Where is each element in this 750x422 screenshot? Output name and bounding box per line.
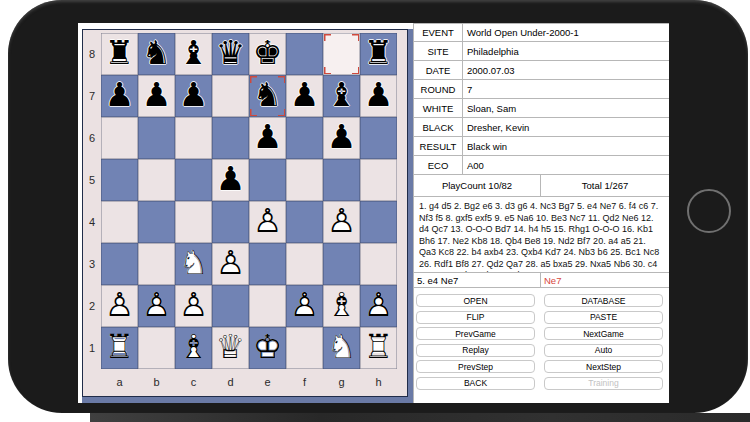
square-e5[interactable]	[249, 159, 286, 201]
square-h8[interactable]: ♜	[360, 33, 397, 75]
square-a7[interactable]: ♟	[101, 75, 138, 117]
piece-outline: ♗	[179, 330, 209, 363]
app-screen: 87654321 ♜♞♝♛♚♜♟♟♟♞♟♝♟♟♟♟♟♙♟♙♞♘♟♙♟♙♟♙♟♙♟…	[78, 23, 669, 403]
info-label: BLACK	[414, 118, 463, 136]
piece-outline: ♙	[290, 288, 320, 321]
white-queen-d1: ♛♕	[216, 330, 246, 366]
square-b8[interactable]: ♞	[138, 33, 175, 75]
square-e3[interactable]	[249, 243, 286, 285]
black-rook-h8: ♜	[364, 36, 394, 72]
info-label: ECO	[414, 156, 463, 174]
button-row: OPENDATABASE	[416, 294, 663, 307]
square-g7[interactable]: ♝	[323, 75, 360, 117]
rank-labels: 87654321	[83, 33, 101, 369]
square-e1[interactable]: ♚♔	[249, 327, 286, 369]
info-label: EVENT	[414, 24, 463, 41]
button-row: PrevStepNextStep	[416, 360, 663, 373]
file-label-a: a	[101, 370, 138, 394]
square-h3[interactable]	[360, 243, 397, 285]
square-f5[interactable]	[286, 159, 323, 201]
piece-outline: ♙	[327, 204, 357, 237]
current-move-row: 5. e4 Ne7 Ne7	[414, 273, 669, 288]
black-bishop-c8: ♝	[179, 36, 209, 72]
white-pawn-h2: ♟♙	[364, 288, 394, 324]
rank-label-3: 3	[83, 243, 101, 285]
board-grid[interactable]: ♜♞♝♛♚♜♟♟♟♞♟♝♟♟♟♟♟♙♟♙♞♘♟♙♟♙♟♙♟♙♟♙♝♗♟♙♜♖♝♗…	[101, 33, 397, 369]
info-row-site: SITEPhiladelphia	[414, 42, 669, 61]
black-pawn-e6: ♟	[253, 120, 283, 156]
square-d8[interactable]: ♛	[212, 33, 249, 75]
white-pawn-d3: ♟♙	[216, 246, 246, 282]
square-a6[interactable]	[101, 117, 138, 159]
replay-button[interactable]: Replay	[416, 344, 535, 357]
white-knight-c3: ♞♘	[179, 246, 209, 282]
info-row-white: WHITESloan, Sam	[414, 99, 669, 118]
black-king-e8: ♚	[253, 36, 283, 72]
square-b3[interactable]	[138, 243, 175, 285]
button-row: PrevGameNextGame	[416, 327, 663, 340]
square-f4[interactable]	[286, 201, 323, 243]
square-f1[interactable]	[286, 327, 323, 369]
square-b4[interactable]	[138, 201, 175, 243]
flip-button[interactable]: FLIP	[416, 311, 535, 324]
square-a2[interactable]: ♟♙	[101, 285, 138, 327]
rank-label-6: 6	[83, 117, 101, 159]
square-e2[interactable]	[249, 285, 286, 327]
piece-outline: ♘	[327, 330, 357, 363]
square-h6[interactable]	[360, 117, 397, 159]
pgn-header-table: EVENTWorld Open Under-2000-1SITEPhiladel…	[414, 23, 669, 175]
rank-label-1: 1	[83, 327, 101, 369]
square-g5[interactable]	[323, 159, 360, 201]
white-pawn-b2: ♟♙	[142, 288, 172, 324]
surface-reflection	[90, 413, 750, 422]
piece-outline: ♙	[216, 246, 246, 279]
square-d3[interactable]: ♟♙	[212, 243, 249, 285]
button-row: BACKTraining	[416, 377, 663, 390]
piece-outline: ♖	[364, 330, 394, 363]
info-value: 2000.07.03	[463, 61, 669, 79]
rank-label-7: 7	[83, 75, 101, 117]
square-c2[interactable]: ♟♙	[175, 285, 212, 327]
board-frame: 87654321 ♜♞♝♛♚♜♟♟♟♞♟♝♟♟♟♟♟♙♟♙♞♘♟♙♟♙♟♙♟♙♟…	[82, 29, 408, 397]
white-knight-g1: ♞♘	[327, 330, 357, 366]
info-value: World Open Under-2000-1	[463, 24, 669, 41]
square-h2[interactable]: ♟♙	[360, 285, 397, 327]
rank-label-4: 4	[83, 201, 101, 243]
info-row-black: BLACKDresher, Kevin	[414, 118, 669, 137]
info-value: Sloan, Sam	[463, 99, 669, 117]
rank-label-8: 8	[83, 33, 101, 75]
black-pawn-c7: ♟	[179, 78, 209, 114]
black-pawn-h7: ♟	[364, 78, 394, 114]
black-pawn-b7: ♟	[142, 78, 172, 114]
square-e8[interactable]: ♚	[249, 33, 286, 75]
square-d7[interactable]	[212, 75, 249, 117]
square-g3[interactable]	[323, 243, 360, 285]
file-label-e: e	[249, 370, 286, 394]
square-c6[interactable]	[175, 117, 212, 159]
square-c5[interactable]	[175, 159, 212, 201]
square-f2[interactable]: ♟♙	[286, 285, 323, 327]
white-pawn-e4: ♟♙	[253, 204, 283, 240]
black-rook-a8: ♜	[105, 36, 135, 72]
square-f7[interactable]: ♟	[286, 75, 323, 117]
info-label: DATE	[414, 61, 463, 79]
square-c1[interactable]: ♝♗	[175, 327, 212, 369]
file-labels: abcdefgh	[101, 370, 397, 394]
square-h7[interactable]: ♟	[360, 75, 397, 117]
nextgame-button[interactable]: NextGame	[544, 327, 663, 340]
info-row-event: EVENTWorld Open Under-2000-1	[414, 23, 669, 42]
screenshot-root: 87654321 ♜♞♝♛♚♜♟♟♟♞♟♝♟♟♟♟♟♙♟♙♞♘♟♙♟♙♟♙♟♙♟…	[0, 0, 750, 422]
game-info-panel: EVENTWorld Open Under-2000-1SITEPhiladel…	[413, 23, 669, 403]
square-f6[interactable]	[286, 117, 323, 159]
black-pawn-g6: ♟	[327, 120, 357, 156]
info-value: Dresher, Kevin	[463, 118, 669, 136]
square-g6[interactable]: ♟	[323, 117, 360, 159]
info-value: Black win	[463, 137, 669, 155]
black-pawn-d5: ♟	[216, 162, 246, 198]
piece-outline: ♙	[253, 204, 283, 237]
info-label: ROUND	[414, 80, 463, 98]
paste-button[interactable]: PASTE	[544, 311, 663, 324]
square-e6[interactable]: ♟	[249, 117, 286, 159]
square-d6[interactable]	[212, 117, 249, 159]
white-king-e1: ♚♔	[253, 330, 283, 366]
button-grid: OPENDATABASEFLIPPASTEPrevGameNextGameRep…	[414, 288, 669, 390]
prevstep-button[interactable]: PrevStep	[416, 360, 535, 373]
file-label-f: f	[286, 370, 323, 394]
black-pawn-f7: ♟	[290, 78, 320, 114]
auto-button[interactable]: Auto	[544, 344, 663, 357]
white-pawn-a2: ♟♙	[105, 288, 135, 324]
info-label: RESULT	[414, 137, 463, 155]
square-g1[interactable]: ♞♘	[323, 327, 360, 369]
home-button[interactable]	[687, 189, 731, 233]
prevgame-button[interactable]: PrevGame	[416, 327, 535, 340]
white-pawn-f2: ♟♙	[290, 288, 320, 324]
square-a8[interactable]: ♜	[101, 33, 138, 75]
training-button[interactable]: Training	[544, 377, 663, 390]
info-value: 7	[463, 80, 669, 98]
square-b5[interactable]	[138, 159, 175, 201]
database-button[interactable]: DATABASE	[544, 294, 663, 307]
black-pawn-a7: ♟	[105, 78, 135, 114]
square-c4[interactable]	[175, 201, 212, 243]
white-bishop-c1: ♝♗	[179, 330, 209, 366]
square-f8[interactable]	[286, 33, 323, 75]
file-label-g: g	[323, 370, 360, 394]
last-move-marker-g8	[324, 34, 359, 74]
square-c3[interactable]: ♞♘	[175, 243, 212, 285]
playcount-cell[interactable]: PlayCount 10/82	[414, 175, 541, 196]
total-cell[interactable]: Total 1/267	[541, 175, 669, 196]
black-knight-e7: ♞	[253, 78, 283, 114]
square-d5[interactable]: ♟	[212, 159, 249, 201]
square-c8[interactable]: ♝	[175, 33, 212, 75]
square-g8[interactable]	[323, 33, 360, 75]
white-pawn-c2: ♟♙	[179, 288, 209, 324]
square-d4[interactable]	[212, 201, 249, 243]
square-h5[interactable]	[360, 159, 397, 201]
moves-text: 1. g4 d5 2. Bg2 e6 3. d3 g6 4. Nc3 Bg7 5…	[414, 197, 669, 273]
square-h1[interactable]: ♜♖	[360, 327, 397, 369]
square-c7[interactable]: ♟	[175, 75, 212, 117]
back-button[interactable]: BACK	[416, 377, 535, 390]
square-b6[interactable]	[138, 117, 175, 159]
file-label-c: c	[175, 370, 212, 394]
info-label: WHITE	[414, 99, 463, 117]
info-value: Philadelphia	[463, 42, 669, 60]
white-bishop-g2: ♝♗	[327, 288, 357, 324]
square-g4[interactable]: ♟♙	[323, 201, 360, 243]
counter-row: PlayCount 10/82 Total 1/267	[414, 175, 669, 197]
piece-outline: ♙	[364, 288, 394, 321]
info-row-date: DATE2000.07.03	[414, 61, 669, 80]
current-move-line: 5. e4 Ne7	[414, 273, 541, 287]
piece-outline: ♙	[179, 288, 209, 321]
white-pawn-g4: ♟♙	[327, 204, 357, 240]
piece-outline: ♖	[105, 330, 135, 363]
chess-board: 87654321 ♜♞♝♛♚♜♟♟♟♞♟♝♟♟♟♟♟♙♟♙♞♘♟♙♟♙♟♙♟♙♟…	[82, 29, 413, 403]
piece-outline: ♔	[253, 330, 283, 363]
square-b7[interactable]: ♟	[138, 75, 175, 117]
square-f3[interactable]	[286, 243, 323, 285]
square-a5[interactable]	[101, 159, 138, 201]
info-label: SITE	[414, 42, 463, 60]
square-e7[interactable]: ♞	[249, 75, 286, 117]
square-g2[interactable]: ♝♗	[323, 285, 360, 327]
black-queen-d8: ♛	[216, 36, 246, 72]
piece-outline: ♙	[142, 288, 172, 321]
open-button[interactable]: OPEN	[416, 294, 535, 307]
white-rook-h1: ♜♖	[364, 330, 394, 366]
square-b1[interactable]	[138, 327, 175, 369]
rank-label-5: 5	[83, 159, 101, 201]
piece-outline: ♗	[327, 288, 357, 321]
piece-outline: ♘	[179, 246, 209, 279]
info-row-round: ROUND7	[414, 80, 669, 99]
square-a1[interactable]: ♜♖	[101, 327, 138, 369]
square-a3[interactable]	[101, 243, 138, 285]
button-row: FLIPPASTE	[416, 311, 663, 324]
square-b2[interactable]: ♟♙	[138, 285, 175, 327]
button-row: ReplayAuto	[416, 344, 663, 357]
square-d1[interactable]: ♛♕	[212, 327, 249, 369]
file-label-b: b	[138, 370, 175, 394]
rank-label-2: 2	[83, 285, 101, 327]
current-move-highlight: Ne7	[541, 273, 669, 287]
info-row-eco: ECOA00	[414, 156, 669, 175]
square-d2[interactable]	[212, 285, 249, 327]
black-knight-b8: ♞	[142, 36, 172, 72]
square-a4[interactable]	[101, 201, 138, 243]
black-bishop-g7: ♝	[327, 78, 357, 114]
info-row-result: RESULTBlack win	[414, 137, 669, 156]
file-label-h: h	[360, 370, 397, 394]
white-rook-a1: ♜♖	[105, 330, 135, 366]
piece-outline: ♕	[216, 330, 246, 363]
piece-outline: ♙	[105, 288, 135, 321]
nextstep-button[interactable]: NextStep	[544, 360, 663, 373]
info-value: A00	[463, 156, 669, 174]
square-h4[interactable]	[360, 201, 397, 243]
file-label-d: d	[212, 370, 249, 394]
square-e4[interactable]: ♟♙	[249, 201, 286, 243]
